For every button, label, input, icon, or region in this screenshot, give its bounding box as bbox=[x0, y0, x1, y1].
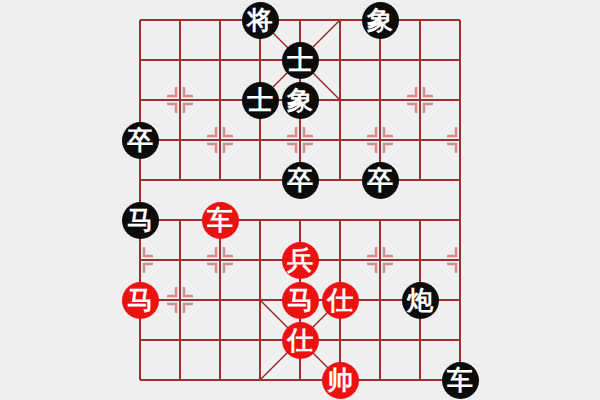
piece-black-general[interactable]: 将 bbox=[242, 2, 279, 39]
piece-red-advisor[interactable]: 仕 bbox=[282, 322, 319, 359]
piece-black-horse[interactable]: 马 bbox=[122, 202, 159, 239]
piece-black-soldier[interactable]: 卒 bbox=[282, 162, 319, 199]
piece-red-soldier[interactable]: 兵 bbox=[282, 242, 319, 279]
piece-black-soldier[interactable]: 卒 bbox=[122, 122, 159, 159]
piece-red-horse[interactable]: 马 bbox=[282, 282, 319, 319]
piece-black-elephant[interactable]: 象 bbox=[362, 2, 399, 39]
piece-black-advisor[interactable]: 士 bbox=[282, 42, 319, 79]
piece-red-chariot[interactable]: 车 bbox=[202, 202, 239, 239]
piece-black-chariot[interactable]: 车 bbox=[442, 362, 479, 399]
piece-black-cannon[interactable]: 炮 bbox=[402, 282, 439, 319]
piece-red-horse[interactable]: 马 bbox=[122, 282, 159, 319]
piece-black-soldier[interactable]: 卒 bbox=[362, 162, 399, 199]
xiangqi-board: 将象士士象卒卒卒马车兵马马仕炮仕帅车 bbox=[120, 0, 480, 400]
piece-black-advisor[interactable]: 士 bbox=[242, 82, 279, 119]
piece-red-general[interactable]: 帅 bbox=[322, 362, 359, 399]
game-area: 将象士士象卒卒卒马车兵马马仕炮仕帅车 bbox=[0, 0, 600, 400]
piece-red-advisor[interactable]: 仕 bbox=[322, 282, 359, 319]
piece-black-elephant[interactable]: 象 bbox=[282, 82, 319, 119]
